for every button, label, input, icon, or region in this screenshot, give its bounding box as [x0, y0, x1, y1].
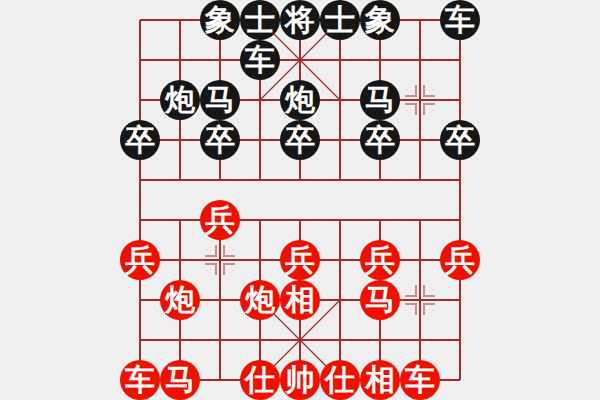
piece-black-elephant[interactable]: 象 — [200, 0, 240, 40]
piece-black-horse[interactable]: 马 — [200, 80, 240, 120]
piece-red-elephant[interactable]: 相 — [360, 360, 400, 400]
piece-red-soldier[interactable]: 兵 — [280, 240, 320, 280]
piece-black-elephant[interactable]: 象 — [360, 0, 400, 40]
piece-red-horse[interactable]: 马 — [360, 280, 400, 320]
piece-red-chariot[interactable]: 车 — [400, 360, 440, 400]
piece-red-king[interactable]: 帅 — [280, 360, 320, 400]
point-marker — [205, 245, 235, 275]
piece-red-soldier[interactable]: 兵 — [200, 200, 240, 240]
piece-red-advisor[interactable]: 仕 — [320, 360, 360, 400]
piece-red-advisor[interactable]: 仕 — [240, 360, 280, 400]
piece-black-cannon[interactable]: 炮 — [280, 80, 320, 120]
piece-red-elephant[interactable]: 相 — [280, 280, 320, 320]
piece-red-cannon[interactable]: 炮 — [160, 280, 200, 320]
piece-black-cannon[interactable]: 炮 — [160, 80, 200, 120]
piece-black-advisor[interactable]: 士 — [240, 0, 280, 40]
piece-black-chariot[interactable]: 车 — [440, 0, 480, 40]
piece-black-soldier[interactable]: 卒 — [360, 120, 400, 160]
piece-red-chariot[interactable]: 车 — [120, 360, 160, 400]
point-marker — [405, 85, 435, 115]
piece-black-soldier[interactable]: 卒 — [280, 120, 320, 160]
piece-red-soldier[interactable]: 兵 — [120, 240, 160, 280]
piece-black-horse[interactable]: 马 — [360, 80, 400, 120]
xiangqi-board: 象士将士象车车炮马炮马卒卒卒卒卒兵兵兵兵兵炮炮相马车马仕帅仕相车 — [0, 0, 600, 400]
piece-black-advisor[interactable]: 士 — [320, 0, 360, 40]
piece-red-cannon[interactable]: 炮 — [240, 280, 280, 320]
piece-black-soldier[interactable]: 卒 — [200, 120, 240, 160]
piece-black-chariot[interactable]: 车 — [240, 40, 280, 80]
piece-black-soldier[interactable]: 卒 — [440, 120, 480, 160]
piece-black-soldier[interactable]: 卒 — [120, 120, 160, 160]
board-pieces-layer[interactable]: 象士将士象车车炮马炮马卒卒卒卒卒兵兵兵兵兵炮炮相马车马仕帅仕相车 — [0, 0, 600, 400]
piece-red-soldier[interactable]: 兵 — [440, 240, 480, 280]
piece-black-king[interactable]: 将 — [280, 0, 320, 40]
piece-red-soldier[interactable]: 兵 — [360, 240, 400, 280]
point-marker — [405, 285, 435, 315]
piece-red-horse[interactable]: 马 — [160, 360, 200, 400]
